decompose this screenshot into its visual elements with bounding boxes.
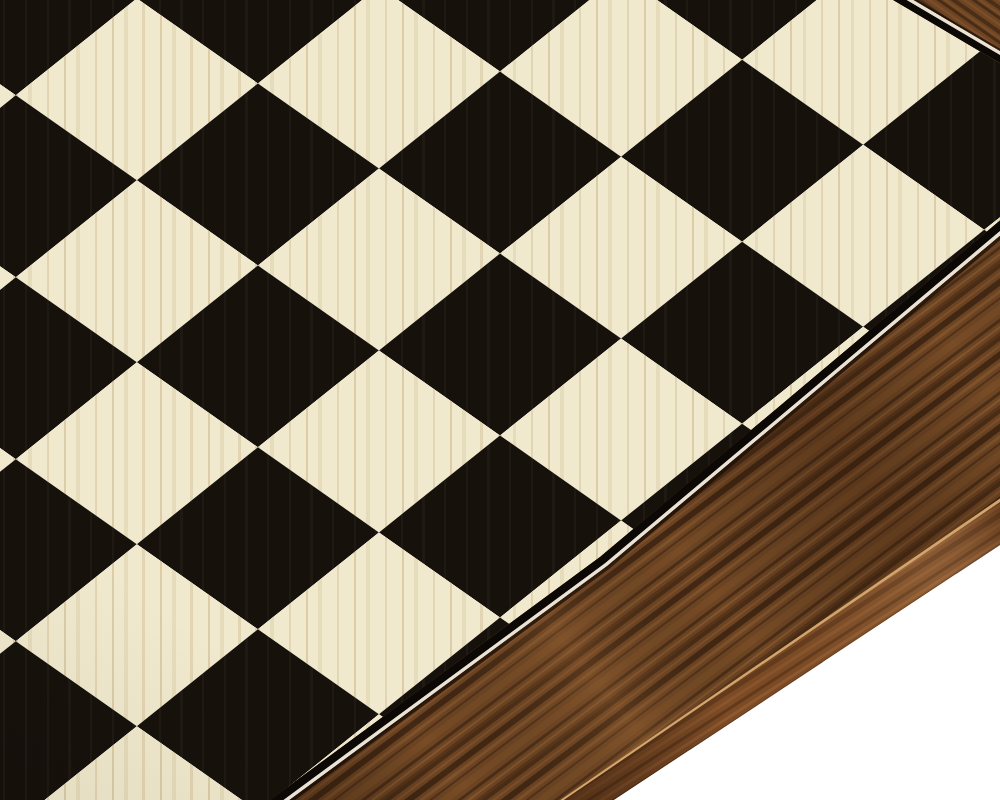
- board-frame: [0, 0, 1000, 800]
- walnut-frame-top-right-grain: [880, 0, 1000, 71]
- board-photo: [0, 0, 1000, 800]
